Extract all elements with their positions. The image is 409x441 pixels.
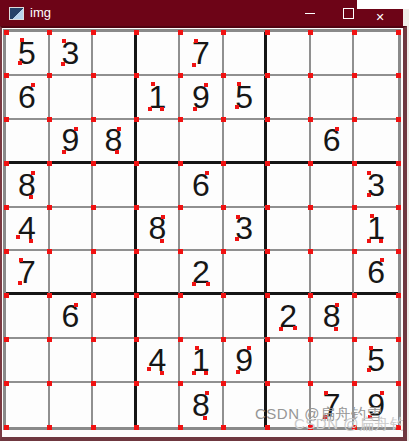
cell-digit: 6 — [367, 256, 385, 288]
sudoku-cell — [224, 251, 268, 295]
cell-digit: 8 — [104, 124, 122, 156]
sudoku-cell: 2 — [267, 295, 311, 339]
cell-digit: 8 — [192, 389, 210, 421]
close-icon: ✕ — [375, 11, 384, 24]
sudoku-cell — [50, 76, 94, 120]
minimize-button[interactable] — [294, 0, 326, 26]
sudoku-cell — [311, 339, 355, 383]
sudoku-cell — [137, 120, 181, 164]
cell-digit: 3 — [367, 169, 385, 201]
opencv-window: img ✕ 537619598686348317266284195879 CSD… — [0, 0, 409, 441]
image-icon — [9, 7, 24, 20]
sudoku-cell — [137, 32, 181, 76]
sudoku-cell — [137, 383, 181, 427]
sudoku-cell: 8 — [93, 120, 137, 164]
sudoku-cell — [311, 208, 355, 252]
sudoku-cell — [267, 120, 311, 164]
cell-digit: 6 — [61, 300, 79, 332]
sudoku-cell — [311, 32, 355, 76]
sudoku-cell — [6, 295, 50, 339]
sudoku-cell — [354, 76, 398, 120]
sudoku-cell: 2 — [180, 251, 224, 295]
cell-digit: 6 — [18, 81, 36, 113]
sudoku-cell: 1 — [137, 76, 181, 120]
maximize-icon — [343, 8, 354, 19]
sudoku-cell — [6, 120, 50, 164]
sudoku-cell — [137, 295, 181, 339]
sudoku-board: 537619598686348317266284195879 — [6, 32, 398, 427]
sudoku-cell — [311, 76, 355, 120]
cell-digit: 8 — [18, 169, 36, 201]
sudoku-cell: 6 — [311, 120, 355, 164]
sudoku-cell — [224, 32, 268, 76]
title-bar[interactable]: img — [0, 0, 403, 26]
sudoku-cell — [137, 251, 181, 295]
sudoku-cell — [224, 120, 268, 164]
sudoku-cell: 9 — [180, 76, 224, 120]
sudoku-cell — [50, 383, 94, 427]
sudoku-cell: 6 — [354, 251, 398, 295]
sudoku-cell — [50, 164, 94, 208]
cell-digit: 5 — [367, 344, 385, 376]
sudoku-cell — [267, 76, 311, 120]
sudoku-cell — [311, 164, 355, 208]
sudoku-cell — [354, 295, 398, 339]
sudoku-cell — [50, 208, 94, 252]
sudoku-cell — [93, 383, 137, 427]
sudoku-cell — [267, 208, 311, 252]
sudoku-cell: 1 — [180, 339, 224, 383]
sudoku-cell: 8 — [137, 208, 181, 252]
sudoku-cell — [137, 164, 181, 208]
sudoku-cell: 6 — [50, 295, 94, 339]
sudoku-cell: 9 — [50, 120, 94, 164]
sudoku-cell — [354, 120, 398, 164]
titlebar-notch — [357, 0, 409, 9]
cell-digit: 7 — [18, 256, 36, 288]
cell-digit: 2 — [192, 256, 210, 288]
sudoku-cell — [93, 164, 137, 208]
sudoku-cell: 5 — [224, 76, 268, 120]
sudoku-cell: 3 — [224, 208, 268, 252]
watermark: CSDN @扁舟钓雪 — [294, 415, 407, 434]
sudoku-cell: 1 — [354, 208, 398, 252]
cell-digit: 2 — [279, 300, 297, 332]
sudoku-cell — [6, 383, 50, 427]
sudoku-cell: 5 — [6, 32, 50, 76]
sudoku-cell — [267, 32, 311, 76]
sudoku-cell — [267, 251, 311, 295]
sudoku-cell — [224, 164, 268, 208]
image-canvas: 537619598686348317266284195879 CSDN @扁舟钓… — [0, 26, 407, 441]
close-button[interactable]: ✕ — [357, 9, 403, 26]
cell-digit: 3 — [61, 37, 79, 69]
sudoku-cell — [354, 32, 398, 76]
sudoku-cell: 6 — [180, 164, 224, 208]
cell-digit: 8 — [149, 212, 167, 244]
cell-digit: 3 — [235, 212, 253, 244]
sudoku-cell — [50, 339, 94, 383]
sudoku-cell — [93, 251, 137, 295]
sudoku-cell: 3 — [50, 32, 94, 76]
sudoku-cell — [311, 251, 355, 295]
sudoku-cell — [93, 208, 137, 252]
sudoku-cell — [267, 164, 311, 208]
sudoku-cell — [180, 295, 224, 339]
sudoku-cell: 4 — [6, 208, 50, 252]
cell-digit: 6 — [323, 124, 341, 156]
sudoku-cell: 9 — [224, 339, 268, 383]
sudoku-cell: 6 — [6, 76, 50, 120]
cell-digit: 4 — [18, 212, 36, 244]
sudoku-cell — [93, 339, 137, 383]
sudoku-cell — [93, 32, 137, 76]
cell-digit: 9 — [235, 344, 253, 376]
sudoku-cell — [93, 295, 137, 339]
sudoku-cell: 4 — [137, 339, 181, 383]
sudoku-cell: 7 — [180, 32, 224, 76]
sudoku-cell — [224, 295, 268, 339]
window-title: img — [30, 5, 51, 20]
sudoku-cell — [180, 208, 224, 252]
cell-digit: 1 — [149, 81, 167, 113]
cell-digit: 4 — [149, 344, 167, 376]
cell-digit: 1 — [367, 212, 385, 244]
sudoku-cell — [180, 120, 224, 164]
cell-digit: 5 — [235, 81, 253, 113]
sudoku-cell — [267, 339, 311, 383]
sudoku-cell: 3 — [354, 164, 398, 208]
cell-digit: 7 — [192, 37, 210, 69]
sudoku-cell: 8 — [6, 164, 50, 208]
sudoku-cell: 8 — [311, 295, 355, 339]
cell-digit: 5 — [18, 37, 36, 69]
sudoku-cell — [6, 339, 50, 383]
sudoku-cell: 5 — [354, 339, 398, 383]
sudoku-cell — [50, 251, 94, 295]
cell-digit: 8 — [323, 300, 341, 332]
board-wrap: 537619598686348317266284195879 — [3, 29, 401, 430]
minimize-icon — [305, 13, 315, 14]
cell-digit: 9 — [61, 124, 79, 156]
cell-digit: 6 — [192, 169, 210, 201]
cell-digit: 9 — [192, 81, 210, 113]
sudoku-cell: 7 — [6, 251, 50, 295]
sudoku-cell: 8 — [180, 383, 224, 427]
sudoku-cell — [93, 76, 137, 120]
cell-digit: 1 — [192, 344, 210, 376]
